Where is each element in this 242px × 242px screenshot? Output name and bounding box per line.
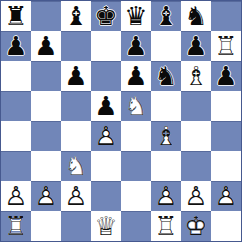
square-c6[interactable]: ♟	[61, 61, 91, 91]
square-a8[interactable]: ♜	[1, 1, 31, 31]
piece-glyph: ♟	[91, 91, 121, 121]
square-g4[interactable]	[181, 121, 211, 151]
piece-black-pawn[interactable]: ♟	[121, 31, 151, 61]
piece-glyph: ♟	[181, 31, 211, 61]
piece-white-rook[interactable]: ♜♖	[211, 31, 241, 61]
square-b3[interactable]	[31, 151, 61, 181]
piece-glyph: ♚	[91, 1, 121, 31]
piece-outline-layer: ♙	[61, 181, 91, 211]
square-h5[interactable]	[211, 91, 241, 121]
square-a1[interactable]: ♜♖	[1, 211, 31, 241]
square-f4[interactable]: ♝♗	[151, 121, 181, 151]
piece-white-rook[interactable]: ♜♖	[1, 211, 31, 241]
square-g1[interactable]: ♚♔	[181, 211, 211, 241]
piece-outline-layer: ♘	[121, 91, 151, 121]
square-g5[interactable]	[181, 91, 211, 121]
square-h1[interactable]	[211, 211, 241, 241]
square-c3[interactable]: ♞♘	[61, 151, 91, 181]
piece-white-pawn[interactable]: ♟♙	[181, 181, 211, 211]
square-e5[interactable]: ♞♘	[121, 91, 151, 121]
piece-outline-layer: ♙	[91, 121, 121, 151]
square-g3[interactable]	[181, 151, 211, 181]
square-a4[interactable]	[1, 121, 31, 151]
square-h8[interactable]	[211, 1, 241, 31]
piece-white-bishop[interactable]: ♝♗	[181, 61, 211, 91]
piece-outline-layer: ♗	[151, 121, 181, 151]
square-g2[interactable]: ♟♙	[181, 181, 211, 211]
square-c4[interactable]	[61, 121, 91, 151]
piece-glyph: ♟	[121, 61, 151, 91]
piece-outline-layer: ♖	[1, 211, 31, 241]
square-e6[interactable]: ♟	[121, 61, 151, 91]
piece-glyph: ♞	[181, 1, 211, 31]
piece-glyph: ♝	[151, 1, 181, 31]
piece-white-pawn[interactable]: ♟♙	[1, 181, 31, 211]
square-b2[interactable]: ♟♙	[31, 181, 61, 211]
square-f3[interactable]	[151, 151, 181, 181]
square-b8[interactable]	[31, 1, 61, 31]
piece-outline-layer: ♖	[211, 31, 241, 61]
piece-outline-layer: ♖	[151, 211, 181, 241]
square-a2[interactable]: ♟♙	[1, 181, 31, 211]
piece-black-knight[interactable]: ♞	[181, 1, 211, 31]
piece-white-pawn[interactable]: ♟♙	[31, 181, 61, 211]
square-c7[interactable]	[61, 31, 91, 61]
square-e3[interactable]	[121, 151, 151, 181]
piece-black-pawn[interactable]: ♟	[211, 61, 241, 91]
square-h3[interactable]	[211, 151, 241, 181]
piece-glyph: ♟	[211, 61, 241, 91]
square-a5[interactable]	[1, 91, 31, 121]
piece-outline-layer: ♗	[181, 61, 211, 91]
square-b7[interactable]: ♟	[31, 31, 61, 61]
piece-outline-layer: ♙	[31, 181, 61, 211]
square-f6[interactable]: ♞	[151, 61, 181, 91]
piece-black-pawn[interactable]: ♟	[91, 91, 121, 121]
square-d1[interactable]: ♛♕	[91, 211, 121, 241]
square-e2[interactable]	[121, 181, 151, 211]
square-c1[interactable]	[61, 211, 91, 241]
piece-white-pawn[interactable]: ♟♙	[61, 181, 91, 211]
piece-glyph: ♟	[31, 31, 61, 61]
piece-black-pawn[interactable]: ♟	[31, 31, 61, 61]
piece-black-pawn[interactable]: ♟	[181, 31, 211, 61]
square-h2[interactable]: ♟♙	[211, 181, 241, 211]
square-f8[interactable]: ♝	[151, 1, 181, 31]
piece-black-knight[interactable]: ♞	[151, 61, 181, 91]
piece-white-king[interactable]: ♚♔	[181, 211, 211, 241]
square-d5[interactable]: ♟	[91, 91, 121, 121]
piece-glyph: ♟	[121, 31, 151, 61]
piece-black-bishop[interactable]: ♝	[61, 1, 91, 31]
piece-black-pawn[interactable]: ♟	[61, 61, 91, 91]
piece-glyph: ♝	[61, 1, 91, 31]
piece-black-king[interactable]: ♚	[91, 1, 121, 31]
piece-white-pawn[interactable]: ♟♙	[151, 181, 181, 211]
square-a7[interactable]: ♟	[1, 31, 31, 61]
square-d7[interactable]	[91, 31, 121, 61]
square-g8[interactable]: ♞	[181, 1, 211, 31]
piece-black-bishop[interactable]: ♝	[151, 1, 181, 31]
chess-board: ♜♝♚♛♝♞♟♟♟♟♜♖♟♟♞♝♗♟♟♞♘♟♙♝♗♞♘♟♙♟♙♟♙♟♙♟♙♟♙♜…	[0, 0, 242, 242]
piece-white-rook[interactable]: ♜♖	[151, 211, 181, 241]
piece-black-rook[interactable]: ♜	[1, 1, 31, 31]
square-e8[interactable]: ♛	[121, 1, 151, 31]
piece-outline-layer: ♙	[181, 181, 211, 211]
square-h7[interactable]: ♜♖	[211, 31, 241, 61]
piece-white-pawn[interactable]: ♟♙	[91, 121, 121, 151]
piece-outline-layer: ♕	[91, 211, 121, 241]
square-f2[interactable]: ♟♙	[151, 181, 181, 211]
piece-outline-layer: ♙	[1, 181, 31, 211]
square-d4[interactable]: ♟♙	[91, 121, 121, 151]
square-a6[interactable]	[1, 61, 31, 91]
piece-white-knight[interactable]: ♞♘	[121, 91, 151, 121]
square-f1[interactable]: ♜♖	[151, 211, 181, 241]
square-d3[interactable]	[91, 151, 121, 181]
square-c5[interactable]	[61, 91, 91, 121]
square-e7[interactable]: ♟	[121, 31, 151, 61]
piece-black-pawn[interactable]: ♟	[1, 31, 31, 61]
piece-glyph: ♟	[1, 31, 31, 61]
square-h4[interactable]	[211, 121, 241, 151]
square-f7[interactable]	[151, 31, 181, 61]
square-f5[interactable]	[151, 91, 181, 121]
piece-glyph: ♜	[1, 1, 31, 31]
piece-outline-layer: ♙	[211, 181, 241, 211]
square-d8[interactable]: ♚	[91, 1, 121, 31]
piece-outline-layer: ♔	[181, 211, 211, 241]
piece-white-queen[interactable]: ♛♕	[91, 211, 121, 241]
square-e1[interactable]	[121, 211, 151, 241]
square-b1[interactable]	[31, 211, 61, 241]
square-e4[interactable]	[121, 121, 151, 151]
piece-white-knight[interactable]: ♞♘	[61, 151, 91, 181]
square-b6[interactable]	[31, 61, 61, 91]
piece-black-queen[interactable]: ♛	[121, 1, 151, 31]
square-c8[interactable]: ♝	[61, 1, 91, 31]
piece-glyph: ♞	[151, 61, 181, 91]
square-h6[interactable]: ♟	[211, 61, 241, 91]
square-b5[interactable]	[31, 91, 61, 121]
piece-white-bishop[interactable]: ♝♗	[151, 121, 181, 151]
piece-glyph: ♟	[61, 61, 91, 91]
piece-outline-layer: ♘	[61, 151, 91, 181]
piece-white-pawn[interactable]: ♟♙	[211, 181, 241, 211]
square-c2[interactable]: ♟♙	[61, 181, 91, 211]
square-g6[interactable]: ♝♗	[181, 61, 211, 91]
piece-glyph: ♛	[121, 1, 151, 31]
square-d2[interactable]	[91, 181, 121, 211]
square-d6[interactable]	[91, 61, 121, 91]
square-a3[interactable]	[1, 151, 31, 181]
square-b4[interactable]	[31, 121, 61, 151]
piece-outline-layer: ♙	[151, 181, 181, 211]
square-g7[interactable]: ♟	[181, 31, 211, 61]
piece-black-pawn[interactable]: ♟	[121, 61, 151, 91]
